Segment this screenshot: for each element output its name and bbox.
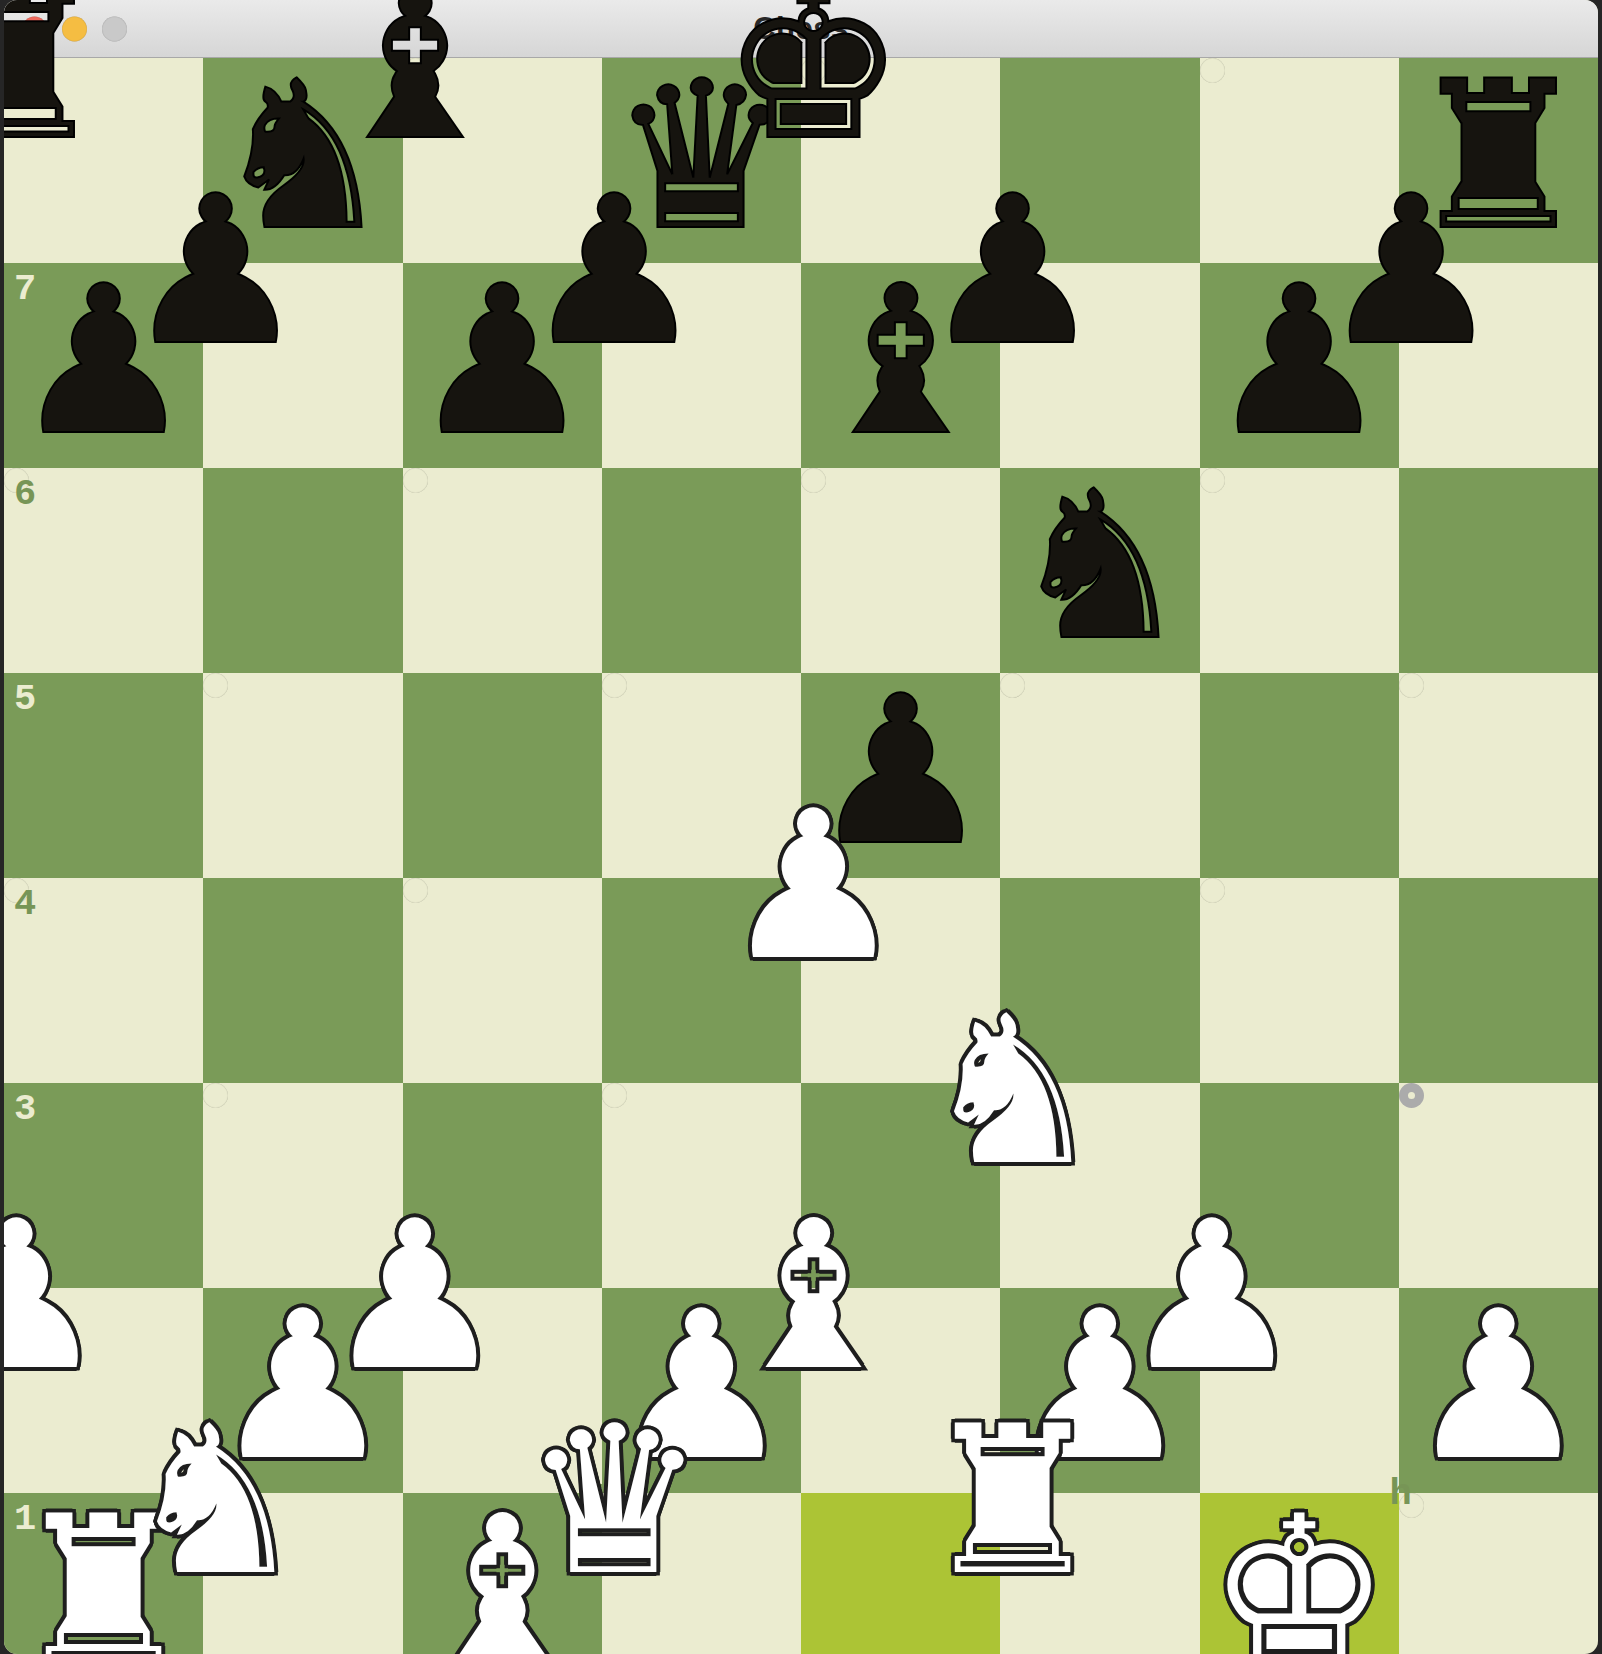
square-h7[interactable]: ♟	[1399, 263, 1424, 288]
black-knight[interactable]: ♞	[1008, 464, 1192, 669]
square-c4[interactable]	[403, 878, 428, 903]
square-h1[interactable]: h	[1399, 1493, 1424, 1518]
white-pawn[interactable]: ♟	[1120, 1194, 1304, 1399]
square-d5[interactable]	[602, 673, 627, 698]
white-pawn[interactable]: ♟	[323, 1194, 507, 1399]
square-g8[interactable]	[1200, 58, 1225, 83]
square-f1[interactable]: f♜	[1000, 1493, 1025, 1518]
square-e8[interactable]: ♚	[801, 58, 826, 83]
black-pawn[interactable]: ♟	[124, 169, 308, 374]
square-b3[interactable]	[203, 1083, 228, 1108]
square-f6[interactable]: ♞	[1000, 468, 1199, 673]
rank-label-6: 6	[14, 476, 36, 513]
square-h4[interactable]	[1399, 878, 1598, 1083]
square-f3[interactable]: ♞	[1000, 1083, 1025, 1108]
white-pawn[interactable]: ♟	[722, 784, 906, 989]
square-e6[interactable]	[801, 468, 826, 493]
white-bishop[interactable]: ♝	[722, 1194, 906, 1399]
square-a2[interactable]: 2♟	[4, 1288, 29, 1313]
screen-background: Chess 8♜♞♝♛♚♜7♟♟♟♟♝♟♟♟6♞5♟4♟3♞2♟♟♟♟♝♟♟♟1…	[0, 0, 1602, 1654]
white-rook[interactable]: ♜	[921, 1399, 1105, 1604]
square-h3[interactable]	[1399, 1083, 1424, 1108]
square-b6[interactable]	[203, 468, 402, 673]
rank-label-4: 4	[14, 886, 36, 923]
white-pawn[interactable]: ♟	[1406, 1284, 1590, 1489]
square-g6[interactable]	[1200, 468, 1225, 493]
black-rook[interactable]: ♜	[4, 0, 108, 169]
square-c2[interactable]: ♟	[403, 1288, 428, 1313]
square-h5[interactable]	[1399, 673, 1424, 698]
square-g1[interactable]: ♚	[1200, 1493, 1399, 1654]
square-g5[interactable]	[1200, 673, 1399, 878]
rank-label-3: 3	[14, 1091, 36, 1128]
white-knight[interactable]: ♞	[921, 989, 1105, 1194]
black-pawn[interactable]: ♟	[522, 169, 706, 374]
white-knight[interactable]: ♞	[124, 1399, 308, 1604]
square-h2[interactable]: ♟	[1399, 1288, 1598, 1493]
square-c6[interactable]	[403, 468, 428, 493]
square-d1[interactable]: d♛	[602, 1493, 627, 1518]
square-a6[interactable]: 6	[4, 468, 29, 493]
square-b1[interactable]: b♞	[203, 1493, 228, 1518]
chess-app-window: Chess 8♜♞♝♛♚♜7♟♟♟♟♝♟♟♟6♞5♟4♟3♞2♟♟♟♟♝♟♟♟1…	[4, 0, 1598, 1654]
square-d6[interactable]	[602, 468, 801, 673]
square-b5[interactable]	[203, 673, 228, 698]
square-e4[interactable]: ♟	[801, 878, 826, 903]
square-h6[interactable]	[1399, 468, 1598, 673]
rank-label-5: 5	[14, 681, 36, 718]
square-e2[interactable]: ♝	[801, 1288, 826, 1313]
square-a8[interactable]: 8♜	[4, 58, 29, 83]
square-f5[interactable]	[1000, 673, 1025, 698]
white-king[interactable]: ♚	[1207, 1489, 1391, 1654]
square-a4[interactable]: 4	[4, 878, 29, 903]
black-pawn[interactable]: ♟	[921, 169, 1105, 374]
square-g2[interactable]: ♟	[1200, 1288, 1225, 1313]
square-b7[interactable]: ♟	[203, 263, 228, 288]
square-c8[interactable]: ♝	[403, 58, 428, 83]
white-pawn[interactable]: ♟	[4, 1194, 108, 1399]
chess-board: 8♜♞♝♛♚♜7♟♟♟♟♝♟♟♟6♞5♟4♟3♞2♟♟♟♟♝♟♟♟1a♜b♞c♝…	[4, 58, 1598, 1654]
square-d3[interactable]	[602, 1083, 627, 1108]
square-d7[interactable]: ♟	[602, 263, 627, 288]
square-a5[interactable]: 5	[4, 673, 203, 878]
black-bishop[interactable]: ♝	[323, 0, 507, 169]
black-king[interactable]: ♚	[722, 0, 906, 169]
square-g4[interactable]	[1200, 878, 1225, 903]
black-pawn[interactable]: ♟	[1319, 169, 1503, 374]
square-c5[interactable]	[403, 673, 602, 878]
square-f7[interactable]: ♟	[1000, 263, 1025, 288]
square-b4[interactable]	[203, 878, 402, 1083]
white-queen[interactable]: ♛	[522, 1399, 706, 1604]
